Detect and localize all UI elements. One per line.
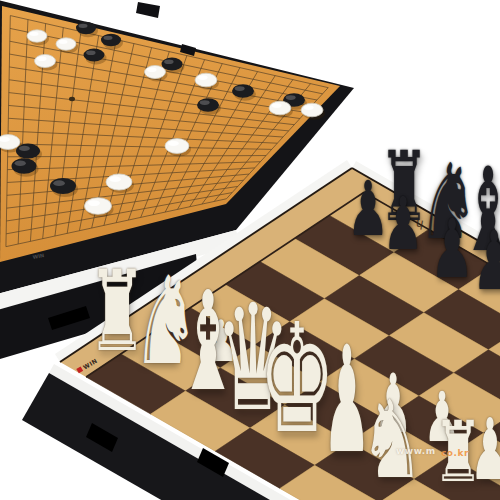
stone-highlight (30, 32, 39, 36)
go-stone-white (106, 174, 132, 190)
stone-highlight (168, 141, 179, 146)
stone-highlight (286, 95, 296, 100)
product-photo: hg ♟♜♟♞♟♝♟♜♞♟♝♛♚♟♟♞♟♜♟ WIN WIN www.m co.… (0, 0, 500, 500)
stone-highlight (109, 176, 121, 182)
stone-highlight (86, 50, 95, 55)
go-stone-black (232, 84, 254, 98)
stone-highlight (59, 40, 68, 44)
go-stone-white (35, 54, 56, 67)
go-stone-white (85, 198, 112, 215)
stone-highlight (200, 100, 210, 105)
watermark-prefix: www.m (396, 446, 436, 456)
go-stone-white (0, 135, 20, 150)
go-stone-black (12, 158, 37, 174)
boards-scene: hg (0, 0, 500, 500)
go-stone-black (16, 144, 40, 159)
go-stone-black (162, 57, 183, 70)
stone-highlight (19, 146, 30, 151)
brand-red-square-icon (76, 366, 83, 373)
go-stone-black (101, 34, 121, 46)
stone-highlight (88, 200, 100, 206)
go-stone-white (165, 139, 189, 154)
stone-highlight (104, 36, 113, 40)
go-brand-text: WIN (32, 252, 44, 260)
stone-highlight (198, 75, 208, 80)
stone-highlight (79, 24, 88, 28)
go-stone-white (27, 30, 47, 42)
stone-highlight (164, 59, 173, 64)
go-stone-black (84, 48, 105, 61)
go-stone-white (301, 103, 323, 117)
stone-highlight (304, 105, 314, 110)
stone-highlight (272, 103, 282, 108)
stone-highlight (53, 180, 65, 186)
go-stone-white (269, 101, 291, 115)
go-stone-white (195, 73, 217, 87)
stone-highlight (15, 161, 26, 166)
stone-highlight (147, 67, 156, 72)
watermark-suffix: co.kr (441, 448, 469, 458)
go-stone-black (76, 22, 96, 34)
go-stone-white (56, 38, 76, 50)
stone-highlight (235, 86, 245, 91)
go-stone-black (197, 98, 219, 112)
go-stone-white (145, 65, 166, 78)
go-star-point (69, 97, 75, 101)
go-hinge-clip (136, 2, 160, 18)
stone-highlight (37, 56, 46, 61)
go-stone-black (50, 178, 76, 194)
